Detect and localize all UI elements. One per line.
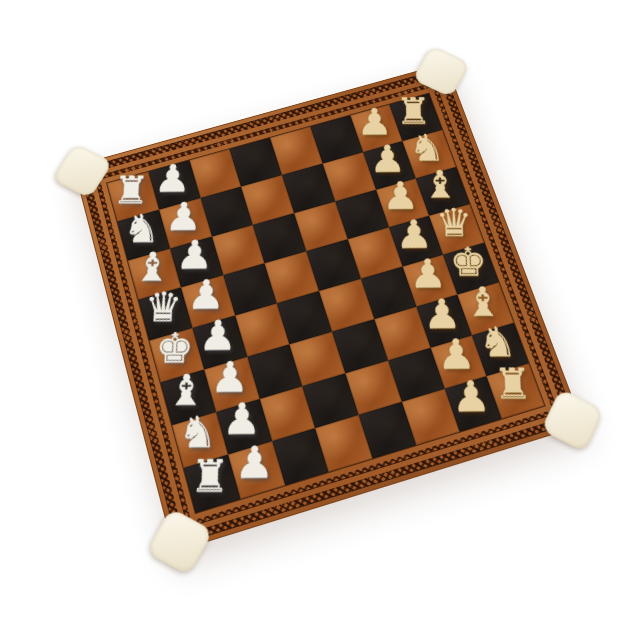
chess-board: ♜♟♟♜♞♟♟♞♝♟♟♝♛♟♟♛♚♟♟♚♝♟♟♝♞♟♟♞♜♟♟♜ (73, 63, 583, 552)
photo-background: ♜♟♟♜♞♟♟♞♝♟♟♝♛♟♟♛♚♟♟♚♝♟♟♝♞♟♟♞♜♟♟♜ (0, 0, 625, 625)
